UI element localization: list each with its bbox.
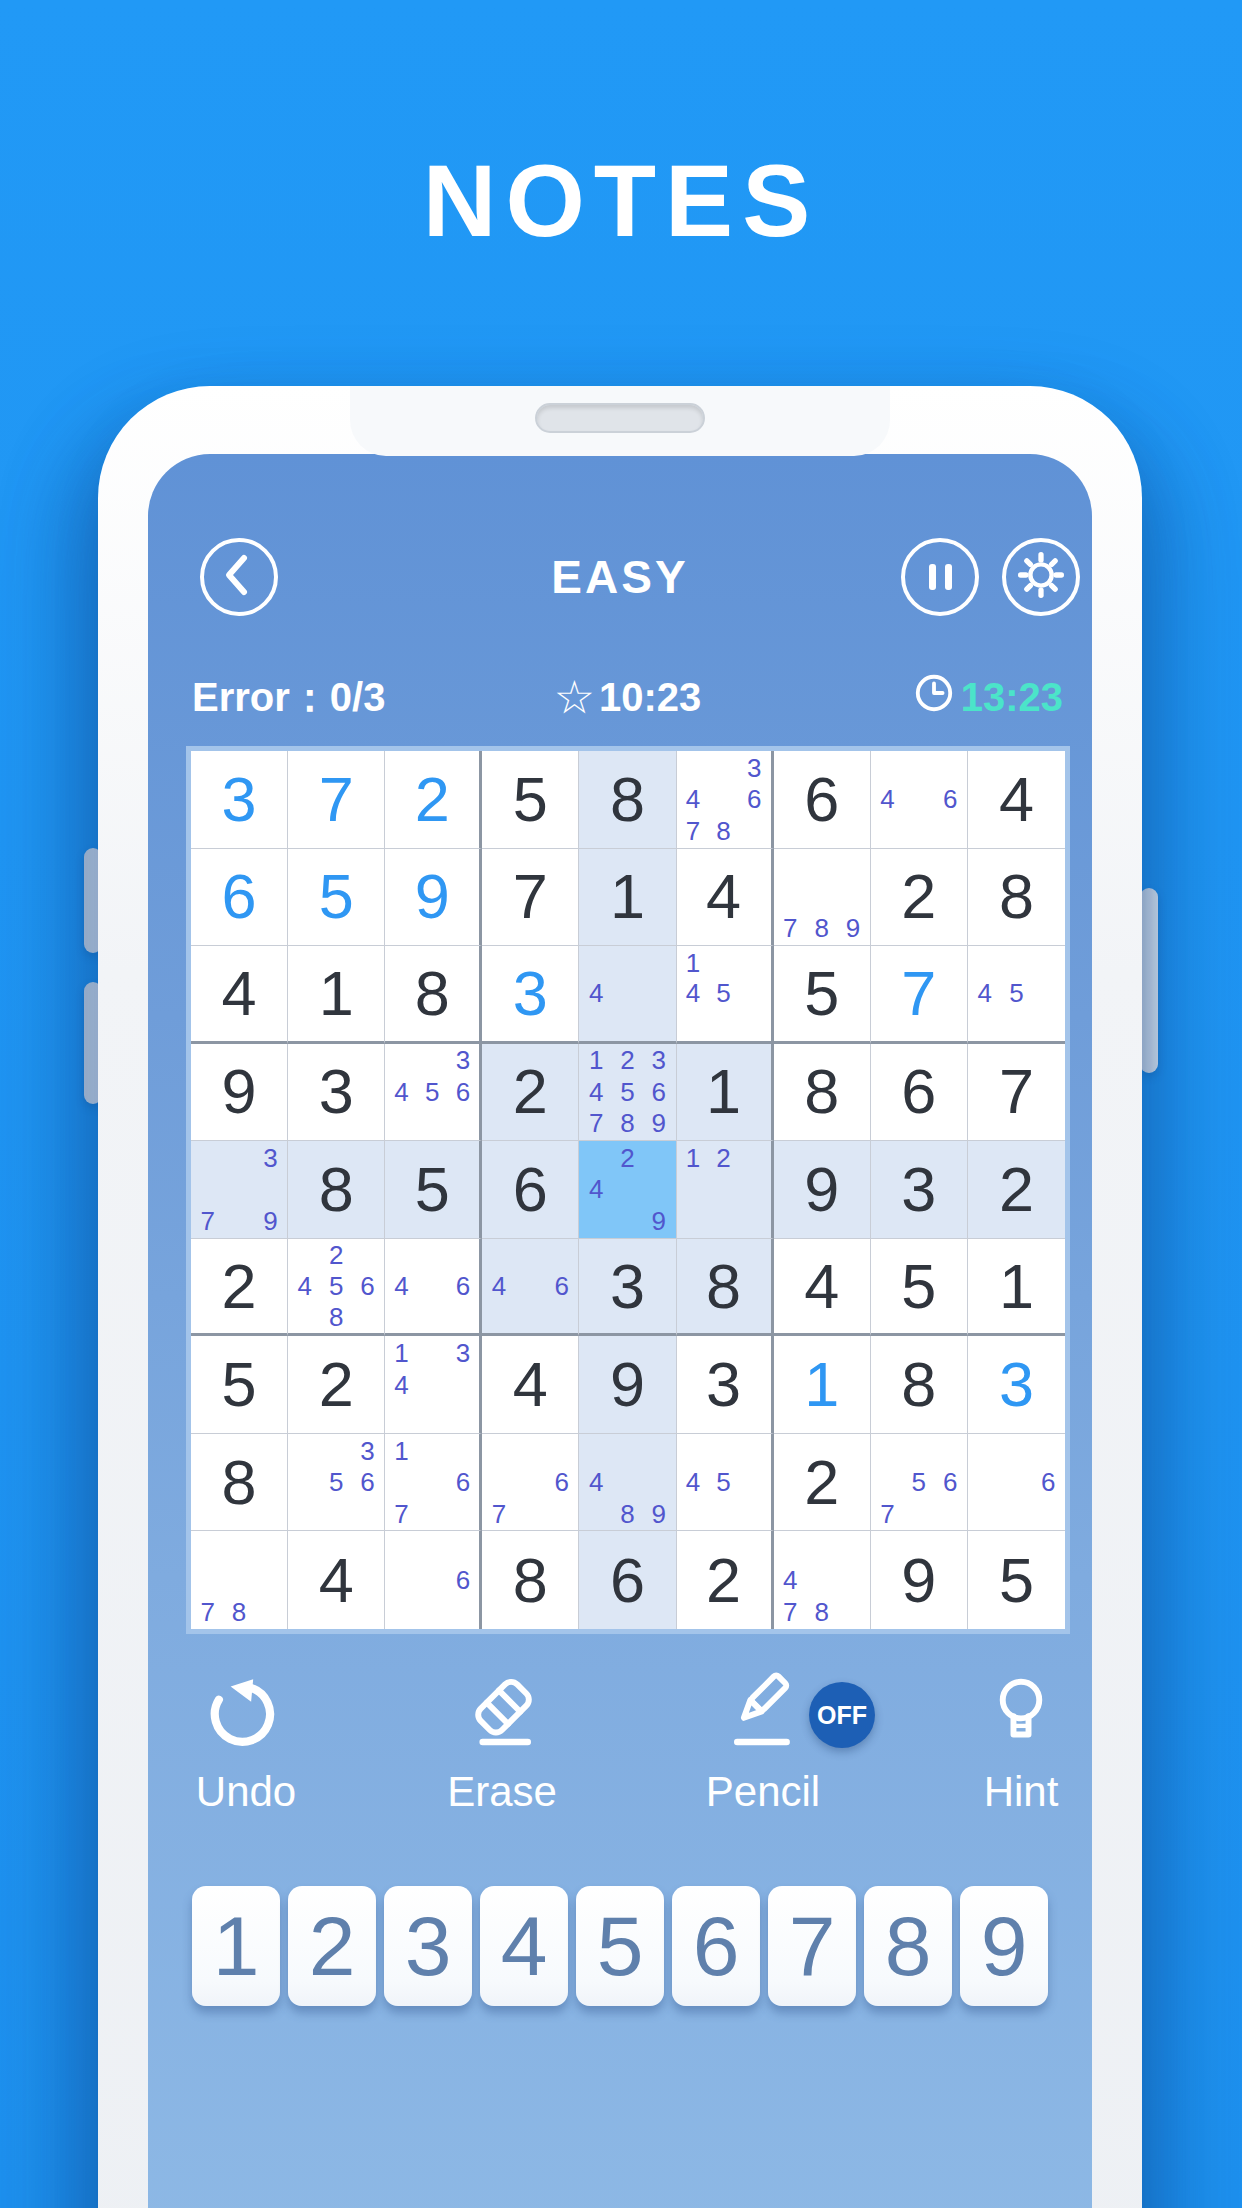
cell-r7c9[interactable]: 3: [968, 1336, 1065, 1434]
given-digit: 5: [804, 962, 839, 1025]
given-digit: 4: [706, 865, 741, 928]
given-digit: 1: [610, 865, 645, 928]
cell-r6c7[interactable]: 4: [774, 1239, 871, 1337]
cell-r8c1[interactable]: 8: [191, 1434, 288, 1532]
user-digit: 5: [319, 865, 354, 928]
note-digit: 6: [935, 784, 966, 816]
notes-grid: 6: [386, 1532, 478, 1628]
note-digit: 6: [643, 1076, 674, 1108]
user-digit: 7: [319, 768, 354, 831]
given-digit: 2: [804, 1451, 839, 1514]
note-digit: 3: [739, 752, 770, 784]
cell-r5c9[interactable]: 2: [968, 1141, 1065, 1239]
settings-button[interactable]: [1002, 538, 1080, 616]
note-digit: 2: [612, 1045, 643, 1077]
cell-r1c4[interactable]: 5: [482, 751, 579, 849]
cell-r7c1[interactable]: 5: [191, 1336, 288, 1434]
cell-r5c8[interactable]: 3: [871, 1141, 968, 1239]
pencil-button[interactable]: OFF Pencil: [683, 1664, 843, 1816]
cell-r1c8[interactable]: 46: [871, 751, 968, 849]
cell-r6c3[interactable]: 46: [385, 1239, 482, 1337]
cell-r8c9[interactable]: 6: [968, 1434, 1065, 1532]
cell-r9c9[interactable]: 5: [968, 1531, 1065, 1629]
cell-r9c2[interactable]: 4: [288, 1531, 385, 1629]
cell-r7c4[interactable]: 4: [482, 1336, 579, 1434]
cell-r4c3[interactable]: 3456: [385, 1044, 482, 1142]
given-digit: 7: [513, 865, 548, 928]
cell-r2c5[interactable]: 1: [579, 849, 676, 947]
given-digit: 8: [513, 1549, 548, 1612]
cell-r3c5[interactable]: 4: [579, 946, 676, 1044]
notes-grid: 6: [969, 1435, 1064, 1530]
cell-r6c1[interactable]: 2: [191, 1239, 288, 1337]
note-digit: 6: [352, 1271, 383, 1302]
given-digit: 3: [319, 1060, 354, 1123]
given-digit: 9: [222, 1060, 257, 1123]
eraser-icon: [422, 1664, 582, 1756]
notes-grid: 4: [580, 947, 674, 1040]
notes-grid: 478: [775, 1532, 869, 1628]
status-bar: Error：0/3 ☆10:23 13:23: [192, 669, 1063, 725]
numpad-key-1[interactable]: 1: [192, 1886, 280, 2006]
cell-r2c1[interactable]: 6: [191, 849, 288, 947]
power-button: [1140, 888, 1158, 1073]
cell-r8c6[interactable]: 45: [677, 1434, 774, 1532]
pencil-label: Pencil: [683, 1768, 843, 1816]
given-digit: 3: [610, 1255, 645, 1318]
phone-speaker: [535, 403, 705, 433]
given-digit: 2: [513, 1060, 548, 1123]
notes-grid: 489: [580, 1435, 674, 1530]
note-digit: 4: [872, 784, 903, 816]
note-digit: 8: [708, 815, 739, 847]
note-digit: 6: [546, 1271, 577, 1302]
cell-r8c5[interactable]: 489: [579, 1434, 676, 1532]
given-digit: 6: [610, 1549, 645, 1612]
cell-r6c5[interactable]: 3: [579, 1239, 676, 1337]
note-digit: 4: [580, 978, 611, 1009]
cell-r4c4[interactable]: 2: [482, 1044, 579, 1142]
notes-grid: 45: [969, 947, 1064, 1040]
given-digit: 5: [222, 1353, 257, 1416]
note-digit: 4: [386, 1271, 417, 1302]
number-pad: 123456789: [148, 1886, 1092, 2006]
cell-r1c5[interactable]: 8: [579, 751, 676, 849]
given-digit: 8: [804, 1060, 839, 1123]
user-digit: 7: [901, 962, 936, 1025]
given-digit: 2: [706, 1549, 741, 1612]
note-digit: 6: [739, 784, 770, 816]
hint-button[interactable]: Hint: [941, 1664, 1092, 1816]
note-digit: 7: [483, 1498, 514, 1530]
note-digit: 4: [580, 1076, 611, 1108]
numpad-key-4[interactable]: 4: [480, 1886, 568, 2006]
cell-r3c8[interactable]: 7: [871, 946, 968, 1044]
given-digit: 5: [513, 768, 548, 831]
cell-r2c6[interactable]: 4: [677, 849, 774, 947]
cell-r3c3[interactable]: 8: [385, 946, 482, 1044]
screenshot-root: { "game": "sudoku", "app_title": "NOTES"…: [0, 0, 1242, 2208]
note-digit: 9: [643, 1205, 674, 1237]
cell-r8c3[interactable]: 167: [385, 1434, 482, 1532]
numpad-key-7[interactable]: 7: [768, 1886, 856, 2006]
note-digit: 6: [448, 1466, 479, 1498]
note-digit: 7: [580, 1108, 611, 1140]
given-digit: 4: [513, 1353, 548, 1416]
note-digit: 4: [580, 1174, 611, 1206]
note-digit: 4: [289, 1271, 320, 1302]
cell-r9c1[interactable]: 78: [191, 1531, 288, 1629]
cell-r5c3[interactable]: 5: [385, 1141, 482, 1239]
page-title: NOTES: [0, 150, 1242, 252]
note-digit: 6: [448, 1271, 479, 1302]
cell-r9c4[interactable]: 8: [482, 1531, 579, 1629]
cell-r2c8[interactable]: 2: [871, 849, 968, 947]
cell-r3c6[interactable]: 145: [677, 946, 774, 1044]
note-digit: 7: [192, 1205, 223, 1237]
cell-r4c2[interactable]: 3: [288, 1044, 385, 1142]
cell-r5c6[interactable]: 12: [677, 1141, 774, 1239]
given-digit: 9: [610, 1353, 645, 1416]
note-digit: 3: [352, 1435, 383, 1467]
given-digit: 8: [319, 1158, 354, 1221]
cell-r3c4[interactable]: 3: [482, 946, 579, 1044]
cell-r1c9[interactable]: 4: [968, 751, 1065, 849]
cell-r4c1[interactable]: 9: [191, 1044, 288, 1142]
note-digit: 5: [903, 1466, 934, 1498]
given-digit: 5: [901, 1255, 936, 1318]
given-digit: 8: [222, 1451, 257, 1514]
note-digit: 4: [483, 1271, 514, 1302]
given-digit: 5: [999, 1549, 1034, 1612]
note-digit: 7: [192, 1596, 223, 1628]
given-digit: 8: [999, 865, 1034, 928]
note-digit: 7: [775, 913, 806, 945]
given-digit: 9: [901, 1549, 936, 1612]
given-digit: 4: [804, 1255, 839, 1318]
note-digit: 5: [1001, 978, 1033, 1009]
cell-r8c2[interactable]: 356: [288, 1434, 385, 1532]
cell-r1c6[interactable]: 34678: [677, 751, 774, 849]
cell-r5c2[interactable]: 8: [288, 1141, 385, 1239]
given-digit: 9: [804, 1158, 839, 1221]
cell-r9c5[interactable]: 6: [579, 1531, 676, 1629]
cell-r5c5[interactable]: 249: [579, 1141, 676, 1239]
note-digit: 3: [448, 1337, 479, 1369]
cell-r7c3[interactable]: 134: [385, 1336, 482, 1434]
note-digit: 5: [612, 1076, 643, 1108]
clock-icon: [913, 672, 955, 723]
given-digit: 8: [901, 1353, 936, 1416]
cell-r2c3[interactable]: 9: [385, 849, 482, 947]
note-digit: 5: [708, 978, 739, 1009]
note-digit: 4: [775, 1564, 806, 1596]
note-digit: 2: [708, 1142, 739, 1174]
given-digit: 5: [415, 1158, 450, 1221]
cell-r9c3[interactable]: 6: [385, 1531, 482, 1629]
phone-frame: EASY Error：0/3 ☆10:23: [98, 386, 1142, 2208]
cell-r7c5[interactable]: 9: [579, 1336, 676, 1434]
note-digit: 5: [417, 1076, 448, 1108]
notes-grid: 46: [483, 1240, 577, 1333]
notes-grid: 3456: [386, 1045, 478, 1140]
user-digit: 3: [513, 962, 548, 1025]
given-digit: 2: [319, 1353, 354, 1416]
cell-r6c4[interactable]: 46: [482, 1239, 579, 1337]
sudoku-board: 3725834678646465971478928418341455745933…: [186, 746, 1070, 1634]
user-digit: 1: [804, 1353, 839, 1416]
numpad-key-8[interactable]: 8: [864, 1886, 952, 2006]
cell-r7c6[interactable]: 3: [677, 1336, 774, 1434]
notes-grid: 167: [386, 1435, 478, 1530]
numpad-key-9[interactable]: 9: [960, 1886, 1048, 2006]
note-digit: 7: [872, 1498, 903, 1530]
note-digit: 7: [386, 1498, 417, 1530]
note-digit: 3: [255, 1142, 286, 1174]
note-digit: 3: [643, 1045, 674, 1077]
lightbulb-icon: [941, 1664, 1092, 1756]
star-icon: ☆: [554, 671, 595, 723]
pencil-off-badge[interactable]: OFF: [809, 1682, 875, 1748]
given-digit: 7: [999, 1060, 1034, 1123]
undo-button[interactable]: Undo: [166, 1664, 326, 1816]
numpad-key-2[interactable]: 2: [288, 1886, 376, 2006]
given-digit: 1: [319, 962, 354, 1025]
note-digit: 4: [386, 1076, 417, 1108]
elapsed-time: 13:23: [913, 669, 1063, 725]
cell-r7c7[interactable]: 1: [774, 1336, 871, 1434]
cell-r4c7[interactable]: 8: [774, 1044, 871, 1142]
cell-r5c1[interactable]: 379: [191, 1141, 288, 1239]
note-digit: 4: [969, 978, 1001, 1009]
numpad-key-6[interactable]: 6: [672, 1886, 760, 2006]
note-digit: 9: [255, 1205, 286, 1237]
note-digit: 5: [708, 1466, 739, 1498]
cell-r8c8[interactable]: 567: [871, 1434, 968, 1532]
notes-grid: 356: [289, 1435, 383, 1530]
note-digit: 9: [837, 913, 868, 945]
note-digit: 4: [678, 978, 709, 1009]
note-digit: 8: [806, 1596, 837, 1628]
user-digit: 6: [222, 865, 257, 928]
note-digit: 1: [386, 1435, 417, 1467]
cell-r3c2[interactable]: 1: [288, 946, 385, 1044]
note-digit: 8: [612, 1498, 643, 1530]
given-digit: 4: [222, 962, 257, 1025]
cell-r5c4[interactable]: 6: [482, 1141, 579, 1239]
notes-grid: 123456789: [580, 1045, 674, 1140]
cell-r8c4[interactable]: 67: [482, 1434, 579, 1532]
note-digit: 8: [223, 1596, 254, 1628]
undo-icon: [166, 1664, 326, 1756]
cell-r4c8[interactable]: 6: [871, 1044, 968, 1142]
cell-r1c7[interactable]: 6: [774, 751, 871, 849]
given-digit: 8: [415, 962, 450, 1025]
erase-button[interactable]: Erase: [422, 1664, 582, 1816]
cell-r2c9[interactable]: 8: [968, 849, 1065, 947]
notes-grid: 379: [192, 1142, 286, 1237]
notes-grid: 134: [386, 1337, 478, 1432]
given-digit: 4: [319, 1549, 354, 1612]
notes-grid: 249: [580, 1142, 674, 1237]
given-digit: 1: [706, 1060, 741, 1123]
note-digit: 4: [678, 1466, 709, 1498]
pause-button[interactable]: [901, 538, 979, 616]
cell-r4c6[interactable]: 1: [677, 1044, 774, 1142]
note-digit: 9: [643, 1108, 674, 1140]
note-digit: 4: [386, 1369, 417, 1401]
given-digit: 4: [999, 768, 1034, 831]
note-digit: 6: [1032, 1466, 1064, 1498]
note-digit: 3: [448, 1045, 479, 1077]
note-digit: 1: [580, 1045, 611, 1077]
notes-grid: 78: [192, 1532, 286, 1628]
notes-grid: 567: [872, 1435, 966, 1530]
note-digit: 6: [448, 1564, 479, 1596]
gear-icon: [1010, 544, 1072, 610]
cell-r2c2[interactable]: 5: [288, 849, 385, 947]
pause-icon: [929, 564, 952, 590]
given-digit: 2: [222, 1255, 257, 1318]
notes-grid: 12: [678, 1142, 770, 1237]
note-digit: 6: [935, 1466, 966, 1498]
cell-r2c7[interactable]: 789: [774, 849, 871, 947]
cell-r1c3[interactable]: 2: [385, 751, 482, 849]
note-digit: 9: [643, 1498, 674, 1530]
cell-r1c2[interactable]: 7: [288, 751, 385, 849]
notes-grid: 789: [775, 850, 869, 945]
user-digit: 9: [415, 865, 450, 928]
notes-grid: 67: [483, 1435, 577, 1530]
given-digit: 3: [706, 1353, 741, 1416]
cell-r4c9[interactable]: 7: [968, 1044, 1065, 1142]
user-digit: 2: [415, 768, 450, 831]
given-digit: 2: [901, 865, 936, 928]
cell-r9c8[interactable]: 9: [871, 1531, 968, 1629]
cell-r6c2[interactable]: 24568: [288, 1239, 385, 1337]
note-digit: 2: [320, 1240, 351, 1271]
note-digit: 4: [678, 784, 709, 816]
undo-label: Undo: [166, 1768, 326, 1816]
numpad-key-5[interactable]: 5: [576, 1886, 664, 2006]
note-digit: 8: [612, 1108, 643, 1140]
given-digit: 3: [901, 1158, 936, 1221]
given-digit: 6: [804, 768, 839, 831]
given-digit: 6: [901, 1060, 936, 1123]
notes-grid: 145: [678, 947, 770, 1040]
cell-r6c8[interactable]: 5: [871, 1239, 968, 1337]
given-digit: 8: [610, 768, 645, 831]
erase-label: Erase: [422, 1768, 582, 1816]
note-digit: 4: [580, 1466, 611, 1498]
note-digit: 7: [678, 815, 709, 847]
note-digit: 6: [546, 1466, 577, 1498]
cell-r3c7[interactable]: 5: [774, 946, 871, 1044]
note-digit: 7: [775, 1596, 806, 1628]
note-digit: 8: [320, 1301, 351, 1332]
cell-r6c9[interactable]: 1: [968, 1239, 1065, 1337]
given-digit: 6: [513, 1158, 548, 1221]
cell-r5c7[interactable]: 9: [774, 1141, 871, 1239]
cell-r6c6[interactable]: 8: [677, 1239, 774, 1337]
cell-r9c6[interactable]: 2: [677, 1531, 774, 1629]
note-digit: 6: [448, 1076, 479, 1108]
given-digit: 8: [706, 1255, 741, 1318]
cell-r1c1[interactable]: 3: [191, 751, 288, 849]
cell-r7c8[interactable]: 8: [871, 1336, 968, 1434]
phone-screen: EASY Error：0/3 ☆10:23: [148, 454, 1092, 2208]
notes-grid: 46: [386, 1240, 478, 1333]
notes-grid: 34678: [678, 752, 770, 847]
cell-r4c5[interactable]: 123456789: [579, 1044, 676, 1142]
notes-grid: 45: [678, 1435, 770, 1530]
note-digit: 1: [678, 1142, 709, 1174]
notes-grid: 24568: [289, 1240, 383, 1333]
given-digit: 2: [999, 1158, 1034, 1221]
cell-r8c7[interactable]: 2: [774, 1434, 871, 1532]
notes-grid: 46: [872, 752, 966, 847]
user-digit: 3: [999, 1353, 1034, 1416]
numpad-key-3[interactable]: 3: [384, 1886, 472, 2006]
cell-r7c2[interactable]: 2: [288, 1336, 385, 1434]
note-digit: 1: [678, 947, 709, 978]
note-digit: 8: [806, 913, 837, 945]
note-digit: 1: [386, 1337, 417, 1369]
cell-r3c9[interactable]: 45: [968, 946, 1065, 1044]
note-digit: 5: [320, 1466, 351, 1498]
note-digit: 2: [612, 1142, 643, 1174]
cell-r9c7[interactable]: 478: [774, 1531, 871, 1629]
hint-label: Hint: [941, 1768, 1092, 1816]
phone-notch: [350, 386, 890, 456]
user-digit: 3: [222, 768, 257, 831]
cell-r2c4[interactable]: 7: [482, 849, 579, 947]
cell-r3c1[interactable]: 4: [191, 946, 288, 1044]
note-digit: 5: [320, 1271, 351, 1302]
note-digit: 6: [352, 1466, 383, 1498]
given-digit: 1: [999, 1255, 1034, 1318]
